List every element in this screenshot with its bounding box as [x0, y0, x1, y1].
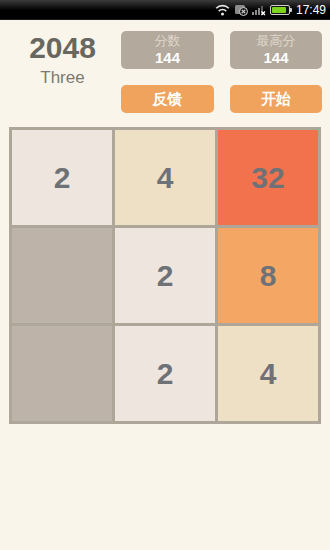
tile-2: 2 [115, 326, 215, 421]
start-button[interactable]: 开始 [230, 85, 322, 113]
tile-4: 4 [115, 130, 215, 225]
feedback-button[interactable]: 反馈 [121, 85, 214, 113]
wifi-icon [215, 3, 230, 16]
cell-empty [12, 228, 112, 323]
score-value: 144 [155, 49, 180, 66]
game-subtitle: Three [10, 68, 115, 88]
tile-4: 4 [218, 326, 318, 421]
best-score-value: 144 [263, 49, 288, 66]
tile-2: 2 [12, 130, 112, 225]
best-score-badge: 最高分 144 [230, 31, 322, 69]
title-block: 2048 Three [10, 33, 115, 88]
tile-8: 8 [218, 228, 318, 323]
best-score-label: 最高分 [257, 34, 296, 49]
app-screen: 17:49 2048 Three 分数 144 最高分 144 反馈 开始 24… [0, 0, 330, 550]
status-bar: 17:49 [0, 0, 330, 20]
board[interactable]: 24322824 [9, 127, 321, 424]
score-label: 分数 [155, 34, 181, 49]
no-signal-icon [252, 4, 266, 16]
cell-empty [12, 326, 112, 421]
tile-2: 2 [115, 228, 215, 323]
tile-32: 32 [218, 130, 318, 225]
battery-icon [270, 5, 290, 15]
battery-fill [272, 7, 286, 13]
game-title: 2048 [10, 33, 115, 63]
score-badge: 分数 144 [121, 31, 214, 69]
status-bar-clock: 17:49 [296, 0, 326, 20]
no-sim-icon [234, 3, 248, 16]
